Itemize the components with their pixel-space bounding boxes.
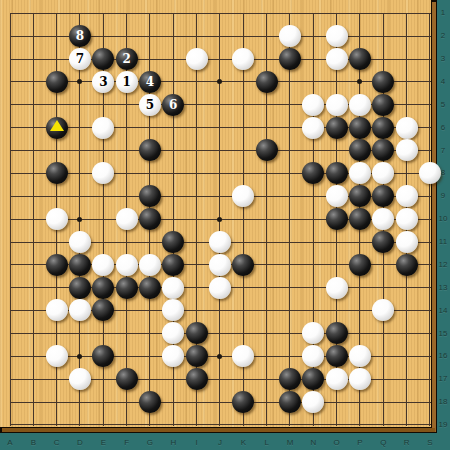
intersection-R5[interactable] [395,93,418,116]
intersection-B2[interactable] [22,25,45,48]
white-stone-R7[interactable] [396,139,418,161]
intersection-L9[interactable] [255,185,278,208]
intersection-Q10[interactable] [372,208,395,231]
intersection-H12[interactable] [162,253,185,276]
intersection-L4[interactable] [255,70,278,93]
intersection-B4[interactable] [22,70,45,93]
intersection-B7[interactable] [22,139,45,162]
white-stone-O5[interactable] [326,94,348,116]
intersection-O5[interactable] [325,93,348,116]
intersection-C19[interactable] [45,413,68,436]
intersection-B6[interactable] [22,116,45,139]
white-stone-H16[interactable] [162,345,184,367]
intersection-G18[interactable] [138,390,161,413]
intersection-D10[interactable] [68,208,91,231]
intersection-E6[interactable] [92,116,115,139]
intersection-M2[interactable] [278,25,301,48]
intersection-D4[interactable] [68,70,91,93]
intersection-G12[interactable] [138,253,161,276]
intersection-R7[interactable] [395,139,418,162]
intersection-N13[interactable] [302,276,325,299]
intersection-R19[interactable] [395,413,418,436]
intersection-I6[interactable] [185,116,208,139]
intersection-H15[interactable] [162,322,185,345]
intersection-J9[interactable] [208,185,231,208]
intersection-Q16[interactable] [372,345,395,368]
intersection-J11[interactable] [208,230,231,253]
black-stone-L7[interactable] [256,139,278,161]
intersection-E16[interactable] [92,345,115,368]
black-stone-P7[interactable] [349,139,371,161]
black-stone-P3[interactable] [349,48,371,70]
intersection-C3[interactable] [45,48,68,71]
white-stone-F4[interactable]: 1 [116,71,138,93]
intersection-B11[interactable] [22,230,45,253]
intersection-G2[interactable] [138,25,161,48]
intersection-F13[interactable] [115,276,138,299]
intersection-D1[interactable] [68,2,91,25]
intersection-I17[interactable] [185,368,208,391]
white-stone-F10[interactable] [116,208,138,230]
intersection-D7[interactable] [68,139,91,162]
white-stone-O13[interactable] [326,277,348,299]
intersection-K19[interactable] [232,413,255,436]
intersection-O11[interactable] [325,230,348,253]
intersection-R11[interactable] [395,230,418,253]
white-stone-C14[interactable] [46,299,68,321]
white-stone-P5[interactable] [349,94,371,116]
intersection-A11[interactable] [0,230,22,253]
intersection-R16[interactable] [395,345,418,368]
intersection-O14[interactable] [325,299,348,322]
intersection-F15[interactable] [115,322,138,345]
black-stone-O10[interactable] [326,208,348,230]
intersection-A5[interactable] [0,93,22,116]
intersection-B15[interactable] [22,322,45,345]
intersection-M4[interactable] [278,70,301,93]
intersection-K14[interactable] [232,299,255,322]
black-stone-R12[interactable] [396,254,418,276]
black-stone-K12[interactable] [232,254,254,276]
intersection-N4[interactable] [302,70,325,93]
intersection-L11[interactable] [255,230,278,253]
intersection-D6[interactable] [68,116,91,139]
intersection-N10[interactable] [302,208,325,231]
intersection-A15[interactable] [0,322,22,345]
intersection-K9[interactable] [232,185,255,208]
intersection-I10[interactable] [185,208,208,231]
intersection-I11[interactable] [185,230,208,253]
intersection-G4[interactable]: 4 [138,70,161,93]
black-stone-E14[interactable] [92,299,114,321]
black-stone-G18[interactable] [139,391,161,413]
intersection-Q17[interactable] [372,368,395,391]
intersection-A9[interactable] [0,185,22,208]
black-stone-P12[interactable] [349,254,371,276]
intersection-M3[interactable] [278,48,301,71]
intersection-J10[interactable] [208,208,231,231]
intersection-D8[interactable] [68,162,91,185]
intersection-O9[interactable] [325,185,348,208]
white-stone-N16[interactable] [302,345,324,367]
intersection-C15[interactable] [45,322,68,345]
intersection-F2[interactable] [115,25,138,48]
black-stone-H12[interactable] [162,254,184,276]
intersection-G15[interactable] [138,322,161,345]
intersection-Q8[interactable] [372,162,395,185]
intersection-B5[interactable] [22,93,45,116]
intersection-E12[interactable] [92,253,115,276]
intersection-O17[interactable] [325,368,348,391]
intersection-Q4[interactable] [372,70,395,93]
intersection-I3[interactable] [185,48,208,71]
intersection-F1[interactable] [115,2,138,25]
black-stone-Q4[interactable] [372,71,394,93]
intersection-D12[interactable] [68,253,91,276]
intersection-L3[interactable] [255,48,278,71]
intersection-A7[interactable] [0,139,22,162]
white-stone-Q8[interactable] [372,162,394,184]
intersection-K11[interactable] [232,230,255,253]
intersection-B19[interactable] [22,413,45,436]
intersection-F14[interactable] [115,299,138,322]
intersection-J6[interactable] [208,116,231,139]
intersection-F12[interactable] [115,253,138,276]
intersection-M13[interactable] [278,276,301,299]
black-stone-E3[interactable] [92,48,114,70]
intersection-J7[interactable] [208,139,231,162]
intersection-K5[interactable] [232,93,255,116]
intersection-G19[interactable] [138,413,161,436]
intersection-L5[interactable] [255,93,278,116]
intersection-R3[interactable] [395,48,418,71]
black-stone-D13[interactable] [69,277,91,299]
black-stone-C8[interactable] [46,162,68,184]
intersection-G7[interactable] [138,139,161,162]
intersection-K15[interactable] [232,322,255,345]
intersection-L12[interactable] [255,253,278,276]
intersection-N9[interactable] [302,185,325,208]
intersection-D15[interactable] [68,322,91,345]
intersection-C11[interactable] [45,230,68,253]
white-stone-R10[interactable] [396,208,418,230]
intersection-O10[interactable] [325,208,348,231]
white-stone-O3[interactable] [326,48,348,70]
intersection-Q13[interactable] [372,276,395,299]
intersection-I8[interactable] [185,162,208,185]
intersection-F7[interactable] [115,139,138,162]
black-stone-Q6[interactable] [372,117,394,139]
intersection-C12[interactable] [45,253,68,276]
intersection-L2[interactable] [255,25,278,48]
intersection-P10[interactable] [348,208,371,231]
black-stone-M18[interactable] [279,391,301,413]
black-stone-H5[interactable]: 6 [162,94,184,116]
intersection-I9[interactable] [185,185,208,208]
intersection-M6[interactable] [278,116,301,139]
intersection-E9[interactable] [92,185,115,208]
intersection-F16[interactable] [115,345,138,368]
intersection-P19[interactable] [348,413,371,436]
intersection-G8[interactable] [138,162,161,185]
intersection-A19[interactable] [0,413,22,436]
intersection-G1[interactable] [138,2,161,25]
intersection-H11[interactable] [162,230,185,253]
intersection-G16[interactable] [138,345,161,368]
white-stone-H14[interactable] [162,299,184,321]
white-stone-O17[interactable] [326,368,348,390]
intersection-Q2[interactable] [372,25,395,48]
white-stone-J11[interactable] [209,231,231,253]
intersection-A17[interactable] [0,368,22,391]
intersection-J12[interactable] [208,253,231,276]
intersection-H10[interactable] [162,208,185,231]
intersection-H9[interactable] [162,185,185,208]
intersection-B18[interactable] [22,390,45,413]
white-stone-G5[interactable]: 5 [139,94,161,116]
intersection-N7[interactable] [302,139,325,162]
intersection-N5[interactable] [302,93,325,116]
black-stone-I16[interactable] [186,345,208,367]
intersection-F3[interactable]: 2 [115,48,138,71]
intersection-E17[interactable] [92,368,115,391]
intersection-C4[interactable] [45,70,68,93]
white-stone-Q14[interactable] [372,299,394,321]
intersection-C7[interactable] [45,139,68,162]
black-stone-M3[interactable] [279,48,301,70]
intersection-E5[interactable] [92,93,115,116]
intersection-D16[interactable] [68,345,91,368]
intersection-J4[interactable] [208,70,231,93]
intersection-L6[interactable] [255,116,278,139]
intersection-B17[interactable] [22,368,45,391]
black-stone-E13[interactable] [92,277,114,299]
black-stone-C4[interactable] [46,71,68,93]
intersection-A14[interactable] [0,299,22,322]
intersection-M17[interactable] [278,368,301,391]
intersection-F8[interactable] [115,162,138,185]
intersection-C18[interactable] [45,390,68,413]
intersection-P16[interactable] [348,345,371,368]
intersection-A6[interactable] [0,116,22,139]
intersection-P5[interactable] [348,93,371,116]
intersection-M18[interactable] [278,390,301,413]
intersection-N2[interactable] [302,25,325,48]
white-stone-F12[interactable] [116,254,138,276]
intersection-A16[interactable] [0,345,22,368]
intersection-H13[interactable] [162,276,185,299]
intersection-M11[interactable] [278,230,301,253]
intersection-Q5[interactable] [372,93,395,116]
intersection-K13[interactable] [232,276,255,299]
intersection-O16[interactable] [325,345,348,368]
white-stone-K16[interactable] [232,345,254,367]
intersection-D3[interactable]: 7 [68,48,91,71]
intersection-G3[interactable] [138,48,161,71]
intersection-J17[interactable] [208,368,231,391]
intersection-Q15[interactable] [372,322,395,345]
intersection-I1[interactable] [185,2,208,25]
intersection-J15[interactable] [208,322,231,345]
black-stone-G9[interactable] [139,185,161,207]
intersection-I14[interactable] [185,299,208,322]
intersection-O13[interactable] [325,276,348,299]
intersection-J3[interactable] [208,48,231,71]
white-stone-P8[interactable] [349,162,371,184]
intersection-F11[interactable] [115,230,138,253]
intersection-E8[interactable] [92,162,115,185]
black-stone-P9[interactable] [349,185,371,207]
intersection-P18[interactable] [348,390,371,413]
intersection-P11[interactable] [348,230,371,253]
black-stone-I17[interactable] [186,368,208,390]
black-stone-D2[interactable]: 8 [69,25,91,47]
intersection-E7[interactable] [92,139,115,162]
intersection-J16[interactable] [208,345,231,368]
intersection-R17[interactable] [395,368,418,391]
intersection-D11[interactable] [68,230,91,253]
intersection-E18[interactable] [92,390,115,413]
intersection-R18[interactable] [395,390,418,413]
white-stone-H15[interactable] [162,322,184,344]
intersection-M12[interactable] [278,253,301,276]
black-stone-Q9[interactable] [372,185,394,207]
black-stone-Q7[interactable] [372,139,394,161]
black-stone-F3[interactable]: 2 [116,48,138,70]
black-stone-O6[interactable] [326,117,348,139]
intersection-E15[interactable] [92,322,115,345]
white-stone-E8[interactable] [92,162,114,184]
intersection-C5[interactable] [45,93,68,116]
black-stone-G10[interactable] [139,208,161,230]
intersection-A12[interactable] [0,253,22,276]
intersection-B10[interactable] [22,208,45,231]
intersection-A4[interactable] [0,70,22,93]
intersection-K4[interactable] [232,70,255,93]
intersection-D2[interactable]: 8 [68,25,91,48]
intersection-N17[interactable] [302,368,325,391]
black-stone-I15[interactable] [186,322,208,344]
black-stone-G7[interactable] [139,139,161,161]
intersection-E10[interactable] [92,208,115,231]
intersection-N14[interactable] [302,299,325,322]
intersection-D14[interactable] [68,299,91,322]
intersection-A3[interactable] [0,48,22,71]
intersection-I4[interactable] [185,70,208,93]
intersection-L8[interactable] [255,162,278,185]
intersection-O8[interactable] [325,162,348,185]
intersection-H14[interactable] [162,299,185,322]
intersection-K3[interactable] [232,48,255,71]
intersection-J5[interactable] [208,93,231,116]
intersection-P4[interactable] [348,70,371,93]
intersection-L14[interactable] [255,299,278,322]
intersection-K16[interactable] [232,345,255,368]
intersection-F9[interactable] [115,185,138,208]
black-stone-E16[interactable] [92,345,114,367]
intersection-C17[interactable] [45,368,68,391]
intersection-D19[interactable] [68,413,91,436]
intersection-M1[interactable] [278,2,301,25]
intersection-N18[interactable] [302,390,325,413]
intersection-G6[interactable] [138,116,161,139]
intersection-L1[interactable] [255,2,278,25]
intersection-E14[interactable] [92,299,115,322]
intersection-P8[interactable] [348,162,371,185]
intersection-R12[interactable] [395,253,418,276]
intersection-P17[interactable] [348,368,371,391]
intersection-P9[interactable] [348,185,371,208]
intersection-P1[interactable] [348,2,371,25]
intersection-P13[interactable] [348,276,371,299]
intersection-E19[interactable] [92,413,115,436]
black-stone-N8[interactable] [302,162,324,184]
intersection-K6[interactable] [232,116,255,139]
intersection-B14[interactable] [22,299,45,322]
intersection-D9[interactable] [68,185,91,208]
intersection-P14[interactable] [348,299,371,322]
white-stone-D14[interactable] [69,299,91,321]
intersection-R2[interactable] [395,25,418,48]
white-stone-D11[interactable] [69,231,91,253]
white-stone-R11[interactable] [396,231,418,253]
intersection-O3[interactable] [325,48,348,71]
intersection-N1[interactable] [302,2,325,25]
intersection-P12[interactable] [348,253,371,276]
white-stone-I3[interactable] [186,48,208,70]
intersection-P2[interactable] [348,25,371,48]
intersection-E13[interactable] [92,276,115,299]
intersection-H3[interactable] [162,48,185,71]
intersection-Q7[interactable] [372,139,395,162]
intersection-K12[interactable] [232,253,255,276]
intersection-Q9[interactable] [372,185,395,208]
black-stone-C12[interactable] [46,254,68,276]
intersection-G17[interactable] [138,368,161,391]
intersection-L13[interactable] [255,276,278,299]
intersection-E1[interactable] [92,2,115,25]
black-stone-O15[interactable] [326,322,348,344]
intersection-R8[interactable] [395,162,418,185]
intersection-I5[interactable] [185,93,208,116]
black-stone-L4[interactable] [256,71,278,93]
intersection-K2[interactable] [232,25,255,48]
intersection-N16[interactable] [302,345,325,368]
white-stone-K3[interactable] [232,48,254,70]
intersection-F4[interactable]: 1 [115,70,138,93]
intersection-O12[interactable] [325,253,348,276]
intersection-P7[interactable] [348,139,371,162]
black-stone-G13[interactable] [139,277,161,299]
intersection-I2[interactable] [185,25,208,48]
intersection-M16[interactable] [278,345,301,368]
intersection-B13[interactable] [22,276,45,299]
intersection-M7[interactable] [278,139,301,162]
white-stone-E4[interactable]: 3 [92,71,114,93]
white-stone-K9[interactable] [232,185,254,207]
intersection-R13[interactable] [395,276,418,299]
intersection-J19[interactable] [208,413,231,436]
intersection-J1[interactable] [208,2,231,25]
intersection-R6[interactable] [395,116,418,139]
intersection-C14[interactable] [45,299,68,322]
intersection-J2[interactable] [208,25,231,48]
intersection-L15[interactable] [255,322,278,345]
intersection-C1[interactable] [45,2,68,25]
white-stone-N6[interactable] [302,117,324,139]
intersection-L16[interactable] [255,345,278,368]
intersection-C13[interactable] [45,276,68,299]
